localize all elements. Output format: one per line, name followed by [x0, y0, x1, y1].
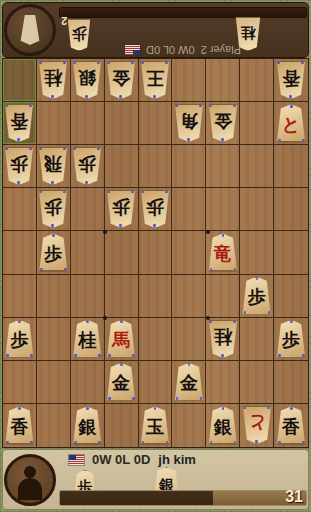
white-piece-桂[interactable]: 桂: [208, 320, 238, 358]
piece-kanji: 歩: [146, 199, 164, 217]
white-piece-歩[interactable]: 歩: [106, 190, 136, 228]
board-cell[interactable]: [139, 231, 173, 274]
board-cell[interactable]: と: [240, 404, 274, 447]
hoshi-star-point: [103, 316, 107, 320]
board-cell[interactable]: [240, 318, 274, 361]
board-cell[interactable]: [105, 145, 139, 188]
piece-kanji: 馬: [112, 331, 130, 349]
black-piece-歩[interactable]: 歩: [276, 320, 306, 358]
board-cell[interactable]: [71, 102, 105, 145]
board-cell[interactable]: 銀: [71, 59, 105, 102]
black-piece-金[interactable]: 金: [174, 363, 204, 401]
bottom-hand-pawn-count: 3: [93, 490, 100, 505]
board-cell[interactable]: [172, 318, 206, 361]
piece-kanji: 金: [112, 374, 130, 392]
us-flag-icon: [125, 45, 140, 55]
piece-kanji: 銀: [214, 418, 232, 436]
white-piece-歩[interactable]: 歩: [140, 190, 170, 228]
board-cell[interactable]: [172, 59, 206, 102]
timer-value: 31: [285, 488, 303, 506]
white-piece-歩[interactable]: 歩: [38, 190, 68, 228]
board-cell[interactable]: [37, 318, 71, 361]
board-cell[interactable]: [172, 231, 206, 274]
piece-kanji: 香: [10, 418, 28, 436]
board-cell[interactable]: [71, 231, 105, 274]
board-cell[interactable]: 金: [105, 59, 139, 102]
piece-kanji: 金: [112, 70, 130, 88]
board-cell[interactable]: [3, 275, 37, 318]
white-piece-銀[interactable]: 銀: [72, 61, 102, 99]
white-piece-歩[interactable]: 歩: [72, 147, 102, 185]
black-piece-と[interactable]: と: [276, 104, 306, 142]
board-cell[interactable]: 歩: [71, 145, 105, 188]
white-piece-金[interactable]: 金: [208, 104, 238, 142]
black-piece-馬[interactable]: 馬: [106, 320, 136, 358]
board-cell[interactable]: [3, 59, 37, 102]
board-cell[interactable]: 香: [3, 404, 37, 447]
board-cell[interactable]: [105, 404, 139, 447]
board-cell[interactable]: 歩: [274, 318, 308, 361]
piece-kanji: 銀: [78, 70, 96, 88]
black-piece-歩[interactable]: 歩: [242, 277, 272, 315]
board-cell[interactable]: [274, 361, 308, 404]
board-cell[interactable]: 歩: [3, 318, 37, 361]
piece-kanji: 歩: [112, 199, 130, 217]
board-cell[interactable]: [206, 275, 240, 318]
board-cell[interactable]: [71, 275, 105, 318]
white-piece-桂[interactable]: 桂: [38, 61, 68, 99]
board-cell[interactable]: [37, 404, 71, 447]
piece-kanji: 桂: [214, 328, 232, 346]
top-player-name: Player 2: [201, 44, 241, 56]
board-cell[interactable]: [3, 361, 37, 404]
board-cell[interactable]: 金: [206, 102, 240, 145]
black-piece-金[interactable]: 金: [106, 363, 136, 401]
us-flag-icon: [69, 455, 84, 465]
board-cell[interactable]: 香: [274, 404, 308, 447]
board-cell[interactable]: [3, 188, 37, 231]
board-cell[interactable]: [105, 275, 139, 318]
white-piece-香[interactable]: 香: [276, 61, 306, 99]
shogi-app: { "game": "shogi", "position": { "sfen":…: [0, 0, 311, 512]
bottom-player-name: jh kim: [158, 452, 196, 467]
board-cell[interactable]: [105, 231, 139, 274]
top-player-label: Player 2 0W 0L 0D: [71, 43, 241, 57]
board-cell[interactable]: [105, 102, 139, 145]
board-cell[interactable]: [274, 275, 308, 318]
white-piece-歩[interactable]: 歩: [4, 147, 34, 185]
board-cell[interactable]: 桂: [71, 318, 105, 361]
board-cell[interactable]: 歩: [3, 145, 37, 188]
white-piece-角[interactable]: 角: [174, 104, 204, 142]
hoshi-star-point: [206, 230, 210, 234]
board-cell[interactable]: [139, 145, 173, 188]
board-cell[interactable]: [240, 188, 274, 231]
hoshi-star-point: [206, 316, 210, 320]
board-cell[interactable]: 飛: [37, 145, 71, 188]
board-cell[interactable]: [206, 59, 240, 102]
black-piece-玉[interactable]: 玉: [140, 406, 170, 444]
board-cell[interactable]: [37, 361, 71, 404]
hoshi-star-point: [103, 230, 107, 234]
piece-kanji: 王: [146, 70, 164, 88]
board-cell[interactable]: 歩: [139, 188, 173, 231]
board-cell[interactable]: [206, 361, 240, 404]
piece-kanji: 歩: [10, 331, 28, 349]
piece-kanji: 金: [180, 374, 198, 392]
board-cell[interactable]: [274, 145, 308, 188]
black-piece-銀[interactable]: 銀: [208, 406, 238, 444]
top-player-time-bar: [59, 7, 307, 18]
board-cell[interactable]: [240, 361, 274, 404]
board-cell[interactable]: 銀: [71, 404, 105, 447]
board-cell[interactable]: と: [274, 102, 308, 145]
board-cell[interactable]: 歩: [37, 231, 71, 274]
board-cell[interactable]: 歩: [105, 188, 139, 231]
board-cell[interactable]: 香: [3, 102, 37, 145]
piece-kanji: 歩: [10, 156, 28, 174]
board-cell[interactable]: [139, 102, 173, 145]
piece-kanji: 歩: [78, 156, 96, 174]
board-cell[interactable]: [240, 59, 274, 102]
top-hand-pawn-count: 2: [61, 15, 67, 27]
piece-kanji: 飛: [44, 156, 62, 174]
board-cell[interactable]: 金: [172, 361, 206, 404]
top-player-panel: 2 歩 桂 Player 2 0W 0L 0D: [2, 2, 309, 58]
board-cell[interactable]: 香: [274, 59, 308, 102]
black-piece-香[interactable]: 香: [276, 406, 306, 444]
board-cell[interactable]: [240, 231, 274, 274]
bottom-player-avatar[interactable]: [4, 454, 56, 506]
piece-kanji: 香: [282, 70, 300, 88]
board-cell[interactable]: [3, 231, 37, 274]
board-cell[interactable]: [139, 318, 173, 361]
piece-kanji: 香: [10, 113, 28, 131]
board-cell[interactable]: 金: [105, 361, 139, 404]
piece-kanji: 歩: [248, 288, 266, 306]
white-piece-と[interactable]: と: [242, 406, 272, 444]
piece-kanji: 竜: [214, 245, 232, 263]
piece-kanji: と: [282, 116, 300, 134]
board-cell[interactable]: [206, 145, 240, 188]
board-cell[interactable]: [37, 275, 71, 318]
black-piece-銀[interactable]: 銀: [72, 406, 102, 444]
piece-kanji: 銀: [78, 418, 96, 436]
board-cell[interactable]: 桂: [206, 318, 240, 361]
white-piece-飛[interactable]: 飛: [38, 147, 68, 185]
shogi-piece-avatar-icon: [17, 15, 43, 45]
white-piece-金[interactable]: 金: [106, 61, 136, 99]
piece-kanji: 桂: [78, 331, 96, 349]
piece-kanji: 香: [282, 418, 300, 436]
board-cell[interactable]: [172, 188, 206, 231]
black-piece-歩[interactable]: 歩: [38, 233, 68, 271]
white-piece-王[interactable]: 王: [140, 61, 170, 99]
shogi-board: 桂銀金王香香角金と歩飛歩歩歩歩歩竜歩歩桂馬桂歩金金香銀玉銀と香: [2, 58, 309, 448]
person-avatar-icon: [18, 466, 42, 500]
white-piece-香[interactable]: 香: [4, 104, 34, 142]
piece-kanji: 金: [214, 113, 232, 131]
piece-kanji: 歩: [282, 331, 300, 349]
black-piece-歩[interactable]: 歩: [4, 320, 34, 358]
bottom-player-record: 0W 0L 0D: [92, 452, 150, 467]
board-cell[interactable]: [274, 188, 308, 231]
board-cell[interactable]: [172, 404, 206, 447]
board-cell[interactable]: [139, 361, 173, 404]
board-cell[interactable]: 桂: [37, 59, 71, 102]
board-cell[interactable]: 角: [172, 102, 206, 145]
board-cell[interactable]: 馬: [105, 318, 139, 361]
piece-kanji: 歩: [44, 245, 62, 263]
board-cell[interactable]: [274, 231, 308, 274]
piece-kanji: 玉: [146, 418, 164, 436]
board-cell[interactable]: [206, 188, 240, 231]
board-cell[interactable]: [71, 361, 105, 404]
black-piece-桂[interactable]: 桂: [72, 320, 102, 358]
board-cell[interactable]: [71, 188, 105, 231]
piece-kanji: 角: [180, 113, 198, 131]
board-cell[interactable]: 歩: [240, 275, 274, 318]
piece-kanji: と: [247, 415, 265, 433]
board-cell[interactable]: [240, 145, 274, 188]
board-cell[interactable]: 銀: [206, 404, 240, 447]
top-player-avatar[interactable]: [4, 4, 56, 56]
board-cell[interactable]: [37, 102, 71, 145]
board-cell[interactable]: [139, 275, 173, 318]
board-cell[interactable]: [172, 275, 206, 318]
board-cell[interactable]: [172, 145, 206, 188]
piece-kanji: 歩: [44, 199, 62, 217]
board-cell[interactable]: 歩: [37, 188, 71, 231]
piece-kanji: 桂: [44, 70, 62, 88]
board-cell[interactable]: 竜: [206, 231, 240, 274]
bottom-player-panel: 0W 0L 0D jh kim 歩 3 銀 31: [2, 449, 309, 510]
board-cell[interactable]: 王: [139, 59, 173, 102]
black-piece-竜[interactable]: 竜: [208, 233, 238, 271]
bottom-player-label: 0W 0L 0D jh kim: [69, 452, 196, 467]
board-cell[interactable]: [240, 102, 274, 145]
board-grid: 桂銀金王香香角金と歩飛歩歩歩歩歩竜歩歩桂馬桂歩金金香銀玉銀と香: [3, 59, 308, 447]
top-player-record: 0W 0L 0D: [146, 44, 195, 56]
board-cell[interactable]: 玉: [139, 404, 173, 447]
black-piece-香[interactable]: 香: [4, 406, 34, 444]
